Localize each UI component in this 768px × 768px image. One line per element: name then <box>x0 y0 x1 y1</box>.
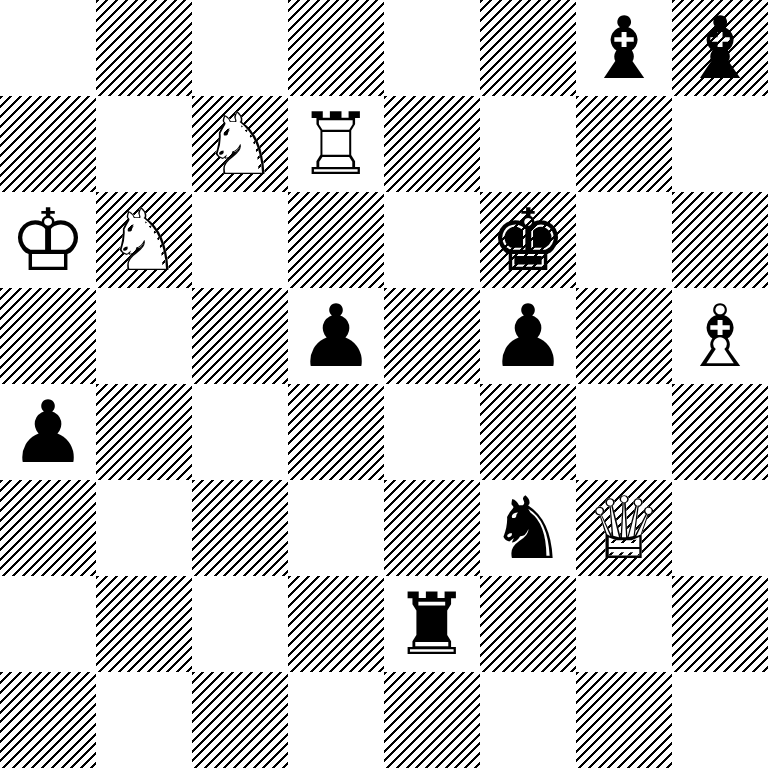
square-a4[interactable]: ♟ <box>0 384 96 480</box>
square-e1[interactable] <box>384 672 480 768</box>
square-h7[interactable] <box>672 96 768 192</box>
black-king-glyph: ♚ <box>480 192 576 288</box>
square-f6[interactable]: ♚ <box>480 192 576 288</box>
square-h6[interactable] <box>672 192 768 288</box>
square-h3[interactable] <box>672 480 768 576</box>
white-queen-outline: ♕ <box>576 480 672 576</box>
black-rook-glyph: ♜ <box>384 576 480 672</box>
square-b8[interactable] <box>96 0 192 96</box>
square-b7[interactable] <box>96 96 192 192</box>
square-d2[interactable] <box>288 576 384 672</box>
square-c7[interactable]: ♞♘ <box>192 96 288 192</box>
white-knight-outline: ♘ <box>192 96 288 192</box>
square-d8[interactable] <box>288 0 384 96</box>
square-d7[interactable]: ♜♖ <box>288 96 384 192</box>
black-bishop-glyph: ♝ <box>672 0 768 96</box>
square-e7[interactable] <box>384 96 480 192</box>
square-c6[interactable] <box>192 192 288 288</box>
square-h1[interactable] <box>672 672 768 768</box>
square-a2[interactable] <box>0 576 96 672</box>
square-c3[interactable] <box>192 480 288 576</box>
white-king-outline: ♔ <box>0 192 96 288</box>
square-g5[interactable] <box>576 288 672 384</box>
square-c1[interactable] <box>192 672 288 768</box>
square-e8[interactable] <box>384 0 480 96</box>
white-king[interactable]: ♚♔ <box>0 192 96 288</box>
square-f3[interactable]: ♞ <box>480 480 576 576</box>
square-c4[interactable] <box>192 384 288 480</box>
white-knight-outline: ♘ <box>96 192 192 288</box>
square-b6[interactable]: ♞♘ <box>96 192 192 288</box>
square-c8[interactable] <box>192 0 288 96</box>
square-h4[interactable] <box>672 384 768 480</box>
square-b3[interactable] <box>96 480 192 576</box>
black-pawn-glyph: ♟ <box>480 288 576 384</box>
square-e6[interactable] <box>384 192 480 288</box>
square-f8[interactable] <box>480 0 576 96</box>
square-e5[interactable] <box>384 288 480 384</box>
square-a8[interactable] <box>0 0 96 96</box>
square-e2[interactable]: ♜ <box>384 576 480 672</box>
chessboard: ♝♝♞♘♜♖♚♔♞♘♚♟♟♝♗♟♞♛♕♜ <box>0 0 768 768</box>
square-g1[interactable] <box>576 672 672 768</box>
black-rook[interactable]: ♜ <box>384 576 480 672</box>
square-d3[interactable] <box>288 480 384 576</box>
square-d4[interactable] <box>288 384 384 480</box>
white-queen[interactable]: ♛♕ <box>576 480 672 576</box>
square-a5[interactable] <box>0 288 96 384</box>
black-bishop[interactable]: ♝ <box>576 0 672 96</box>
square-e3[interactable] <box>384 480 480 576</box>
white-bishop-outline: ♗ <box>672 288 768 384</box>
black-pawn[interactable]: ♟ <box>288 288 384 384</box>
square-f2[interactable] <box>480 576 576 672</box>
square-h2[interactable] <box>672 576 768 672</box>
square-d5[interactable]: ♟ <box>288 288 384 384</box>
square-h5[interactable]: ♝♗ <box>672 288 768 384</box>
square-a3[interactable] <box>0 480 96 576</box>
square-a6[interactable]: ♚♔ <box>0 192 96 288</box>
square-d1[interactable] <box>288 672 384 768</box>
square-g8[interactable]: ♝ <box>576 0 672 96</box>
square-b4[interactable] <box>96 384 192 480</box>
square-f7[interactable] <box>480 96 576 192</box>
white-rook-outline: ♖ <box>288 96 384 192</box>
square-g7[interactable] <box>576 96 672 192</box>
square-c5[interactable] <box>192 288 288 384</box>
white-knight[interactable]: ♞♘ <box>96 192 192 288</box>
white-knight[interactable]: ♞♘ <box>192 96 288 192</box>
square-h8[interactable]: ♝ <box>672 0 768 96</box>
black-bishop-glyph: ♝ <box>576 0 672 96</box>
black-bishop[interactable]: ♝ <box>672 0 768 96</box>
black-knight-glyph: ♞ <box>480 480 576 576</box>
square-g6[interactable] <box>576 192 672 288</box>
square-e4[interactable] <box>384 384 480 480</box>
square-b1[interactable] <box>96 672 192 768</box>
black-pawn-glyph: ♟ <box>288 288 384 384</box>
square-f5[interactable]: ♟ <box>480 288 576 384</box>
square-g3[interactable]: ♛♕ <box>576 480 672 576</box>
square-a1[interactable] <box>0 672 96 768</box>
square-g2[interactable] <box>576 576 672 672</box>
square-f1[interactable] <box>480 672 576 768</box>
square-b5[interactable] <box>96 288 192 384</box>
white-rook[interactable]: ♜♖ <box>288 96 384 192</box>
square-a7[interactable] <box>0 96 96 192</box>
square-g4[interactable] <box>576 384 672 480</box>
black-pawn[interactable]: ♟ <box>480 288 576 384</box>
black-pawn[interactable]: ♟ <box>0 384 96 480</box>
square-b2[interactable] <box>96 576 192 672</box>
square-d6[interactable] <box>288 192 384 288</box>
black-pawn-glyph: ♟ <box>0 384 96 480</box>
black-knight[interactable]: ♞ <box>480 480 576 576</box>
white-bishop[interactable]: ♝♗ <box>672 288 768 384</box>
square-c2[interactable] <box>192 576 288 672</box>
square-f4[interactable] <box>480 384 576 480</box>
black-king[interactable]: ♚ <box>480 192 576 288</box>
